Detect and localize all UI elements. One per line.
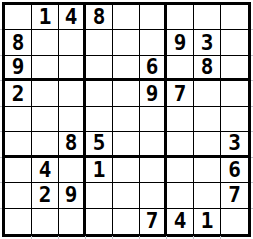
gridline-tick bbox=[0, 208, 2, 209]
cell-r8c9[interactable]: 7 bbox=[221, 183, 248, 208]
gridline-tick bbox=[85, 236, 86, 239]
cell-r4c8[interactable] bbox=[194, 81, 221, 106]
cell-r9c8[interactable]: 1 bbox=[194, 209, 221, 234]
cell-r8c3[interactable]: 9 bbox=[59, 183, 86, 208]
cell-r5c1[interactable] bbox=[5, 107, 32, 132]
cell-r9c6[interactable]: 7 bbox=[140, 209, 167, 234]
cell-r1c8[interactable] bbox=[194, 5, 221, 30]
cell-r9c9[interactable] bbox=[221, 209, 248, 234]
cell-r3c3[interactable] bbox=[59, 56, 86, 81]
gridline-tick bbox=[31, 236, 32, 239]
cell-r6c6[interactable] bbox=[140, 132, 167, 157]
cell-r3c4[interactable] bbox=[86, 56, 113, 81]
gridline-tick bbox=[139, 236, 140, 239]
cell-r2c4[interactable] bbox=[86, 30, 113, 55]
cell-r7c7[interactable] bbox=[167, 158, 194, 183]
cell-r7c4[interactable]: 1 bbox=[86, 158, 113, 183]
cell-r2c3[interactable] bbox=[59, 30, 86, 55]
gridline-tick bbox=[0, 55, 2, 56]
gridline-tick bbox=[58, 236, 59, 239]
cell-r9c4[interactable] bbox=[86, 209, 113, 234]
cell-r3c2[interactable] bbox=[32, 56, 59, 81]
cell-r7c8[interactable] bbox=[194, 158, 221, 183]
gridline-tick bbox=[0, 182, 2, 183]
cell-r8c7[interactable] bbox=[167, 183, 194, 208]
cell-r9c7[interactable]: 4 bbox=[167, 209, 194, 234]
cell-r5c6[interactable] bbox=[140, 107, 167, 132]
gridline-tick bbox=[251, 106, 253, 107]
cell-r2c7[interactable]: 9 bbox=[167, 30, 194, 55]
cell-r4c7[interactable]: 7 bbox=[167, 81, 194, 106]
cell-r7c3[interactable] bbox=[59, 158, 86, 183]
gridline-tick bbox=[0, 29, 2, 30]
cell-r2c2[interactable] bbox=[32, 30, 59, 55]
cell-r4c2[interactable] bbox=[32, 81, 59, 106]
cell-r7c1[interactable] bbox=[5, 158, 32, 183]
cell-r3c8[interactable]: 8 bbox=[194, 56, 221, 81]
cell-r8c8[interactable] bbox=[194, 183, 221, 208]
cell-r8c6[interactable] bbox=[140, 183, 167, 208]
cell-r5c4[interactable] bbox=[86, 107, 113, 132]
cell-r6c5[interactable] bbox=[113, 132, 140, 157]
gridline-tick bbox=[251, 182, 253, 183]
cell-r9c2[interactable] bbox=[32, 209, 59, 234]
cell-r4c9[interactable] bbox=[221, 81, 248, 106]
cell-r1c5[interactable] bbox=[113, 5, 140, 30]
cell-r5c8[interactable] bbox=[194, 107, 221, 132]
cell-r8c4[interactable] bbox=[86, 183, 113, 208]
cell-r8c1[interactable] bbox=[5, 183, 32, 208]
cell-r6c3[interactable]: 8 bbox=[59, 132, 86, 157]
cell-r1c6[interactable] bbox=[140, 5, 167, 30]
cell-r5c5[interactable] bbox=[113, 107, 140, 132]
cell-r5c7[interactable] bbox=[167, 107, 194, 132]
cell-r4c3[interactable] bbox=[59, 81, 86, 106]
cell-r4c4[interactable] bbox=[86, 81, 113, 106]
cell-r6c9[interactable]: 3 bbox=[221, 132, 248, 157]
cell-r4c5[interactable] bbox=[113, 81, 140, 106]
cell-r1c2[interactable]: 1 bbox=[32, 5, 59, 30]
cell-r3c5[interactable] bbox=[113, 56, 140, 81]
sudoku-page: 148893968297853416297741 bbox=[0, 0, 253, 239]
gridline-tick bbox=[0, 106, 2, 107]
cell-r1c3[interactable]: 4 bbox=[59, 5, 86, 30]
sudoku-board: 148893968297853416297741 bbox=[2, 2, 251, 237]
cell-r4c1[interactable]: 2 bbox=[5, 81, 32, 106]
gridline-tick bbox=[0, 80, 2, 81]
cell-r2c6[interactable] bbox=[140, 30, 167, 55]
cell-r2c5[interactable] bbox=[113, 30, 140, 55]
cell-r6c7[interactable] bbox=[167, 132, 194, 157]
cell-r7c2[interactable]: 4 bbox=[32, 158, 59, 183]
gridline-tick bbox=[166, 236, 167, 239]
gridline-tick bbox=[112, 236, 113, 239]
gridline-tick bbox=[220, 236, 221, 239]
cell-r1c9[interactable] bbox=[221, 5, 248, 30]
cell-r6c8[interactable] bbox=[194, 132, 221, 157]
cell-r8c5[interactable] bbox=[113, 183, 140, 208]
gridline-tick bbox=[251, 157, 253, 158]
cell-r6c2[interactable] bbox=[32, 132, 59, 157]
cell-r7c5[interactable] bbox=[113, 158, 140, 183]
cell-r9c3[interactable] bbox=[59, 209, 86, 234]
cell-r8c2[interactable]: 2 bbox=[32, 183, 59, 208]
gridline-tick bbox=[251, 131, 253, 132]
cell-r1c4[interactable]: 8 bbox=[86, 5, 113, 30]
cell-r1c7[interactable] bbox=[167, 5, 194, 30]
cell-r5c2[interactable] bbox=[32, 107, 59, 132]
gridline-tick bbox=[251, 80, 253, 81]
cell-r7c9[interactable]: 6 bbox=[221, 158, 248, 183]
gridline-tick bbox=[251, 29, 253, 30]
cell-r2c8[interactable]: 3 bbox=[194, 30, 221, 55]
cell-r6c4[interactable]: 5 bbox=[86, 132, 113, 157]
cell-r5c3[interactable] bbox=[59, 107, 86, 132]
gridline-tick bbox=[0, 157, 2, 158]
cell-r1c1[interactable] bbox=[5, 5, 32, 30]
gridline-tick bbox=[251, 208, 253, 209]
gridline-tick bbox=[251, 55, 253, 56]
gridline-tick bbox=[193, 236, 194, 239]
cell-r9c1[interactable] bbox=[5, 209, 32, 234]
cell-r3c6[interactable]: 6 bbox=[140, 56, 167, 81]
cell-r6c1[interactable] bbox=[5, 132, 32, 157]
cell-r7c6[interactable] bbox=[140, 158, 167, 183]
cell-r2c1[interactable]: 8 bbox=[5, 30, 32, 55]
cell-r5c9[interactable] bbox=[221, 107, 248, 132]
cell-r3c7[interactable] bbox=[167, 56, 194, 81]
cell-r9c5[interactable] bbox=[113, 209, 140, 234]
cell-r2c9[interactable] bbox=[221, 30, 248, 55]
cell-r4c6[interactable]: 9 bbox=[140, 81, 167, 106]
cell-r3c9[interactable] bbox=[221, 56, 248, 81]
cell-r3c1[interactable]: 9 bbox=[5, 56, 32, 81]
gridline-tick bbox=[0, 131, 2, 132]
